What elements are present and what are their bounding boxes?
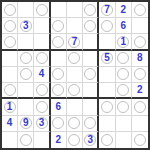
cell-r6c4[interactable]	[51, 83, 67, 99]
cell-r4c4[interactable]	[51, 51, 67, 67]
cell-r4c7[interactable]: 5	[99, 51, 115, 67]
sudoku-board: 72367158421649323	[0, 0, 150, 150]
cell-r6c6[interactable]	[83, 83, 99, 99]
cell-r4c3[interactable]	[34, 51, 50, 67]
odd-cell-circle	[84, 20, 96, 32]
given-digit: 9	[23, 118, 29, 128]
cell-r9c1[interactable]	[2, 132, 18, 148]
given-digit: 6	[55, 102, 61, 112]
cell-r8c4[interactable]	[51, 116, 67, 132]
cell-r6c1[interactable]	[2, 83, 18, 99]
odd-cell-circle	[68, 52, 80, 64]
given-digit: 3	[39, 118, 45, 128]
cell-r8c5[interactable]	[67, 116, 83, 132]
cell-r9c4[interactable]: 2	[51, 132, 67, 148]
cell-r7c5[interactable]	[67, 99, 83, 115]
cell-r4c6[interactable]	[83, 51, 99, 67]
cell-r3c6[interactable]	[83, 34, 99, 50]
cell-r7c6[interactable]	[83, 99, 99, 115]
cell-r3c8[interactable]: 1	[116, 34, 132, 50]
odd-cell-circle	[68, 84, 80, 96]
cell-r3c7[interactable]	[99, 34, 115, 50]
odd-cell-circle	[134, 4, 146, 16]
odd-cell-circle	[117, 84, 129, 96]
cell-r5c7[interactable]	[99, 67, 115, 83]
odd-cell-circle	[84, 117, 96, 129]
given-digit: 4	[39, 69, 45, 79]
odd-cell-circle	[101, 101, 113, 113]
cell-r9c7[interactable]	[99, 132, 115, 148]
cell-r4c9[interactable]: 8	[132, 51, 148, 67]
odd-cell-circle	[68, 117, 80, 129]
odd-cell-circle	[68, 134, 80, 146]
odd-cell-circle	[117, 68, 129, 80]
odd-cell-circle	[52, 117, 64, 129]
odd-cell-circle	[134, 101, 146, 113]
odd-cell-circle	[36, 52, 48, 64]
cell-r9c8[interactable]	[116, 132, 132, 148]
sudoku-app: 72367158421649323	[0, 0, 150, 150]
odd-cell-circle	[101, 20, 113, 32]
cell-r9c2[interactable]	[18, 132, 34, 148]
given-digit: 5	[104, 53, 110, 63]
odd-cell-circle	[117, 52, 129, 64]
cell-r7c3[interactable]	[34, 99, 50, 115]
cell-r6c3[interactable]	[34, 83, 50, 99]
cell-r8c7[interactable]	[99, 116, 115, 132]
given-digit: 7	[72, 37, 78, 47]
cell-r5c9[interactable]	[132, 67, 148, 83]
cell-r7c7[interactable]	[99, 99, 115, 115]
cell-r2c8[interactable]: 6	[116, 18, 132, 34]
cell-r5c8[interactable]	[116, 67, 132, 83]
odd-cell-circle	[20, 52, 32, 64]
cell-r8c6[interactable]	[83, 116, 99, 132]
cell-r6c8[interactable]	[116, 83, 132, 99]
cell-r1c3[interactable]	[34, 2, 50, 18]
odd-cell-circle	[134, 36, 146, 48]
given-digit: 2	[120, 5, 126, 15]
cell-r1c8[interactable]: 2	[116, 2, 132, 18]
odd-cell-circle	[101, 134, 113, 146]
odd-cell-circle	[4, 36, 16, 48]
odd-cell-circle	[52, 36, 64, 48]
cell-r2c6[interactable]	[83, 18, 99, 34]
odd-cell-circle	[84, 68, 96, 80]
given-digit: 1	[120, 37, 126, 47]
cell-r6c7[interactable]	[99, 83, 115, 99]
odd-cell-circle	[36, 84, 48, 96]
cell-r1c7[interactable]: 7	[99, 2, 115, 18]
cell-r2c5[interactable]	[67, 18, 83, 34]
odd-cell-circle	[20, 134, 32, 146]
cell-r1c4[interactable]	[51, 2, 67, 18]
cell-r5c2[interactable]	[18, 67, 34, 83]
cell-r1c1[interactable]	[2, 2, 18, 18]
cell-r6c5[interactable]	[67, 83, 83, 99]
cell-r5c5[interactable]	[67, 67, 83, 83]
cell-r5c6[interactable]	[83, 67, 99, 83]
cell-r2c2[interactable]: 3	[18, 18, 34, 34]
cell-r1c2[interactable]	[18, 2, 34, 18]
given-digit: 3	[87, 135, 93, 145]
cell-r1c9[interactable]	[132, 2, 148, 18]
cell-r1c6[interactable]	[83, 2, 99, 18]
cell-r3c4[interactable]	[51, 34, 67, 50]
cell-r9c6[interactable]: 3	[83, 132, 99, 148]
cell-r9c5[interactable]	[67, 132, 83, 148]
odd-cell-circle	[84, 4, 96, 16]
cell-r2c7[interactable]	[99, 18, 115, 34]
cell-r9c3[interactable]	[34, 132, 50, 148]
cell-r2c1[interactable]	[2, 18, 18, 34]
given-digit: 2	[137, 85, 143, 95]
cell-r4c8[interactable]	[116, 51, 132, 67]
cell-r6c9[interactable]: 2	[132, 83, 148, 99]
cell-r8c2[interactable]: 9	[18, 116, 34, 132]
given-digit: 8	[137, 53, 143, 63]
cell-r7c8[interactable]	[116, 99, 132, 115]
cell-r8c3[interactable]: 3	[34, 116, 50, 132]
cell-r7c9[interactable]	[132, 99, 148, 115]
cell-r8c9[interactable]	[132, 116, 148, 132]
given-digit: 2	[55, 135, 61, 145]
cell-r4c5[interactable]	[67, 51, 83, 67]
cell-r5c1[interactable]	[2, 67, 18, 83]
odd-cell-circle	[4, 84, 16, 96]
odd-cell-circle	[36, 101, 48, 113]
odd-cell-circle	[134, 68, 146, 80]
odd-cell-circle	[36, 4, 48, 16]
cell-r8c8[interactable]	[116, 116, 132, 132]
cell-r2c4[interactable]	[51, 18, 67, 34]
cell-r5c4[interactable]	[51, 67, 67, 83]
cell-r5c3[interactable]: 4	[34, 67, 50, 83]
odd-cell-circle	[20, 68, 32, 80]
odd-cell-circle	[52, 84, 64, 96]
given-digit: 3	[23, 21, 29, 31]
cell-r3c1[interactable]	[2, 34, 18, 50]
cell-r4c1[interactable]	[2, 51, 18, 67]
cell-r7c4[interactable]: 6	[51, 99, 67, 115]
odd-cell-circle	[4, 20, 16, 32]
odd-cell-circle	[4, 4, 16, 16]
given-digit: 1	[7, 102, 13, 112]
cell-r3c2[interactable]	[18, 34, 34, 50]
cell-r4c2[interactable]	[18, 51, 34, 67]
cell-r2c9[interactable]	[132, 18, 148, 34]
odd-cell-circle	[117, 101, 129, 113]
cell-r6c2[interactable]	[18, 83, 34, 99]
cell-r7c1[interactable]: 1	[2, 99, 18, 115]
cell-r9c9[interactable]	[132, 132, 148, 148]
cell-r8c1[interactable]: 4	[2, 116, 18, 132]
given-digit: 6	[120, 21, 126, 31]
given-digit: 4	[7, 118, 13, 128]
cell-r3c9[interactable]	[132, 34, 148, 50]
cell-r1c5[interactable]	[67, 2, 83, 18]
given-digit: 7	[104, 5, 110, 15]
odd-cell-circle	[52, 68, 64, 80]
cell-r3c5[interactable]: 7	[67, 34, 83, 50]
cell-r3c3[interactable]	[34, 34, 50, 50]
odd-cell-circle	[134, 134, 146, 146]
cell-r2c3[interactable]	[34, 18, 50, 34]
cell-r7c2[interactable]	[18, 99, 34, 115]
odd-cell-circle	[52, 20, 64, 32]
